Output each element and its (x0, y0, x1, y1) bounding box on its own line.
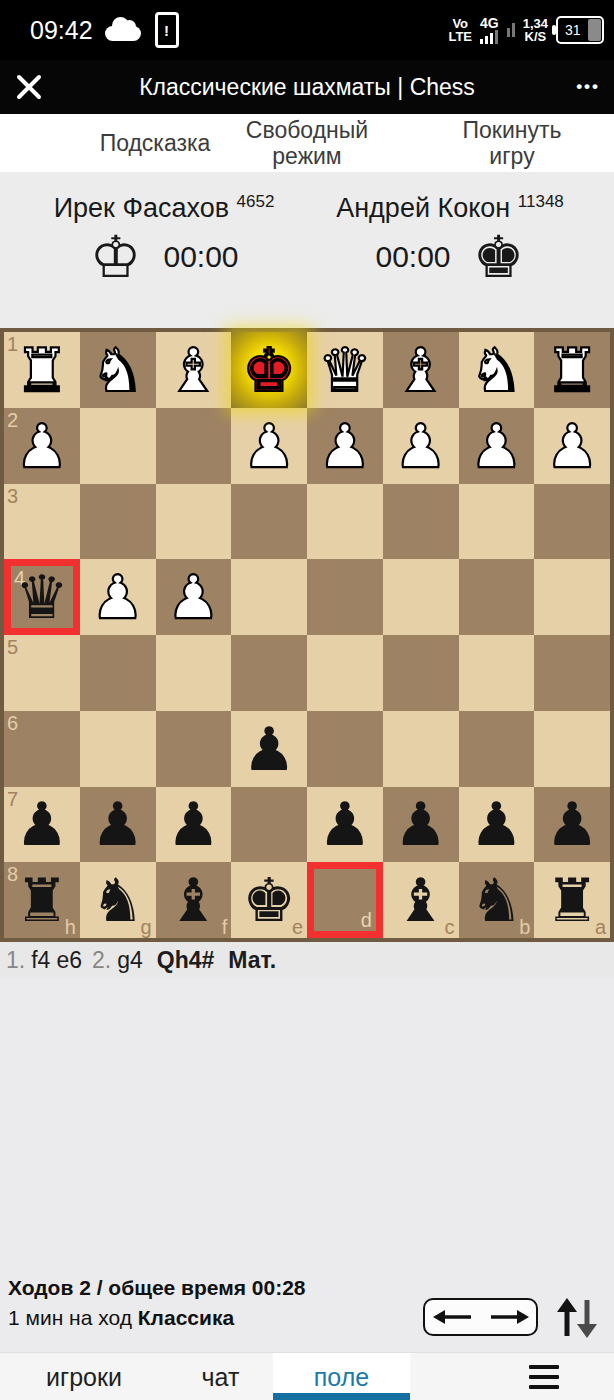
white-pawn-c2[interactable]: ♟ (394, 416, 448, 476)
square-c2[interactable]: ♟ (383, 408, 459, 484)
flip-board-icon[interactable] (552, 1298, 602, 1338)
square-g1[interactable]: ♞ (80, 332, 156, 408)
square-g8[interactable]: g♞ (80, 862, 156, 938)
square-d2[interactable]: ♟ (307, 408, 383, 484)
nav-menu-button[interactable] (474, 1353, 614, 1400)
hint-button[interactable]: Подсказка (100, 114, 211, 172)
white-bishop-f1[interactable]: ♝ (166, 340, 220, 400)
square-c3[interactable] (383, 484, 459, 560)
square-b1[interactable]: ♞ (459, 332, 535, 408)
volte-indicator: Vo LTE (448, 17, 472, 43)
black-pawn-a7[interactable]: ♟ (545, 794, 599, 854)
white-rook-a1[interactable]: ♜ (545, 340, 599, 400)
black-king-icon: ♚ (473, 226, 525, 288)
white-pawn-d2[interactable]: ♟ (318, 416, 372, 476)
square-g6[interactable] (80, 711, 156, 787)
white-rook-h1[interactable]: ♜ (15, 340, 69, 400)
square-e2[interactable]: ♟ (231, 408, 307, 484)
square-c1[interactable]: ♝ (383, 332, 459, 408)
move-list: 1.f4e62.g4Qh4#Мат. (0, 942, 614, 978)
file-label-d: d (361, 910, 372, 930)
next-move-icon[interactable] (489, 1307, 529, 1327)
clock-time: 09:42 (30, 16, 93, 45)
square-h1[interactable]: 1♜ (4, 332, 80, 408)
square-d3[interactable] (307, 484, 383, 560)
black-pawn-e6[interactable]: ♟ (242, 719, 296, 779)
square-c5[interactable] (383, 635, 459, 711)
square-c8[interactable]: c♝ (383, 862, 459, 938)
square-a1[interactable]: ♜ (534, 332, 610, 408)
square-h3[interactable]: 3 (4, 484, 80, 560)
file-label-f: f (222, 917, 228, 937)
white-queen-d1[interactable]: ♛ (318, 340, 372, 400)
white-king-e1[interactable]: ♚ (242, 340, 296, 400)
white-pawn-e2[interactable]: ♟ (242, 416, 296, 476)
square-e4[interactable] (231, 559, 307, 635)
square-f3[interactable] (156, 484, 232, 560)
square-e6[interactable]: ♟ (231, 711, 307, 787)
square-d1[interactable]: ♛ (307, 332, 383, 408)
square-d4[interactable] (307, 559, 383, 635)
square-c6[interactable] (383, 711, 459, 787)
black-pawn-g7[interactable]: ♟ (91, 794, 145, 854)
square-a5[interactable] (534, 635, 610, 711)
black-pawn-f7[interactable]: ♟ (166, 794, 220, 854)
white-knight-b1[interactable]: ♞ (469, 340, 523, 400)
move-token-5[interactable]: Qh4# (157, 947, 215, 974)
tab-chat[interactable]: чат (168, 1353, 273, 1400)
chess-board[interactable]: 1♜♞♝♚♛♝♞♜2♟♟♟♟♟♟34♛♟♟56♟7♟♟♟♟♟♟♟8h♜g♞f♝e… (0, 328, 614, 942)
square-a4[interactable] (534, 559, 610, 635)
time-control-line: 1 мин на ход Классика (8, 1306, 306, 1330)
tab-players[interactable]: игроки (0, 1353, 168, 1400)
black-queen-h4[interactable]: ♛ (15, 567, 69, 627)
black-player: Андрей Кокон 11348 00:00 ♚ (300, 192, 600, 288)
black-rook-a8[interactable]: ♜ (545, 870, 599, 930)
square-b3[interactable] (459, 484, 535, 560)
square-e5[interactable] (231, 635, 307, 711)
white-pawn-b2[interactable]: ♟ (469, 416, 523, 476)
black-player-clock: 00:00 (375, 240, 450, 274)
rank-label-6: 6 (7, 713, 18, 733)
signal-bars-icon (480, 30, 498, 44)
square-b8[interactable]: b♞ (459, 862, 535, 938)
black-pawn-c7[interactable]: ♟ (394, 794, 448, 854)
hamburger-icon (529, 1365, 559, 1389)
game-summary: Ходов 2 / общее время 00:28 1 мин на ход… (8, 1276, 306, 1330)
move-token-6[interactable]: Мат. (228, 947, 276, 974)
white-player: Ирек Фасахов 4652 ♔ 00:00 (14, 192, 314, 288)
battery-percent: 31 (565, 22, 581, 38)
square-d8[interactable]: d (307, 862, 383, 938)
square-b2[interactable]: ♟ (459, 408, 535, 484)
square-a7[interactable]: ♟ (534, 787, 610, 863)
black-king-e8[interactable]: ♚ (242, 870, 296, 930)
square-c7[interactable]: ♟ (383, 787, 459, 863)
bottom-nav: игроки чат поле (0, 1352, 614, 1400)
square-b4[interactable] (459, 559, 535, 635)
white-pawn-f4[interactable]: ♟ (166, 567, 220, 627)
square-d6[interactable] (307, 711, 383, 787)
white-player-rating: 4652 (237, 192, 275, 211)
move-token-0[interactable]: 1. (6, 947, 25, 974)
battery-icon: 31 (556, 16, 604, 44)
signal-bars-sim2-icon (507, 23, 515, 37)
square-d7[interactable]: ♟ (307, 787, 383, 863)
square-d5[interactable] (307, 635, 383, 711)
square-f1[interactable]: ♝ (156, 332, 232, 408)
square-b7[interactable]: ♟ (459, 787, 535, 863)
phone-alert-icon: ! (155, 12, 179, 48)
square-f7[interactable]: ♟ (156, 787, 232, 863)
app-header: Классические шахматы | Chess ••• (0, 60, 614, 114)
black-pawn-h7[interactable]: ♟ (15, 794, 69, 854)
black-knight-g8[interactable]: ♞ (91, 870, 145, 930)
square-h5[interactable]: 5 (4, 635, 80, 711)
free-mode-button[interactable]: Свободный режим (246, 114, 368, 172)
square-e3[interactable] (231, 484, 307, 560)
game-actions-row: Подсказка Свободный режим Покинуть игру (0, 114, 614, 172)
app-screen: 09:42 ! Vo LTE 4G 1,34 K/S 31 (0, 0, 614, 1400)
status-right-cluster: Vo LTE 4G 1,34 K/S 31 (448, 16, 604, 44)
square-a3[interactable] (534, 484, 610, 560)
move-token-3[interactable]: 2. (92, 947, 111, 974)
rank-label-3: 3 (7, 486, 18, 506)
move-navigation-buttons[interactable] (423, 1298, 538, 1336)
players-panel: Ирек Фасахов 4652 ♔ 00:00 Андрей Кокон 1… (0, 172, 614, 328)
square-a2[interactable]: ♟ (534, 408, 610, 484)
square-h7[interactable]: 7♟ (4, 787, 80, 863)
black-pawn-b7[interactable]: ♟ (469, 794, 523, 854)
move-token-2[interactable]: e6 (56, 947, 82, 974)
weather-cloud-icon (105, 26, 141, 41)
square-g3[interactable] (80, 484, 156, 560)
black-player-rating: 11348 (518, 192, 564, 211)
network-speed: 1,34 K/S (523, 17, 548, 43)
square-c4[interactable] (383, 559, 459, 635)
square-f8[interactable]: f♝ (156, 862, 232, 938)
signal-indicator: 4G (480, 17, 499, 44)
move-token-4[interactable]: g4 (117, 947, 143, 974)
square-h4[interactable]: 4♛ (4, 559, 80, 635)
page-title: Классические шахматы | Chess (0, 74, 614, 101)
overflow-menu-icon[interactable]: ••• (576, 77, 600, 97)
black-player-name: Андрей Кокон 11348 (300, 192, 600, 224)
square-g5[interactable] (80, 635, 156, 711)
black-knight-b8[interactable]: ♞ (469, 870, 523, 930)
square-f2[interactable] (156, 408, 232, 484)
square-g4[interactable]: ♟ (80, 559, 156, 635)
tab-field-active[interactable]: поле (273, 1353, 410, 1400)
white-pawn-g4[interactable]: ♟ (91, 567, 145, 627)
square-h6[interactable]: 6 (4, 711, 80, 787)
square-f6[interactable] (156, 711, 232, 787)
white-king-icon: ♔ (89, 226, 141, 288)
status-bar: 09:42 ! Vo LTE 4G 1,34 K/S 31 (0, 0, 614, 60)
lower-panel: Ходов 2 / общее время 00:28 1 мин на ход… (0, 978, 614, 1352)
square-b6[interactable] (459, 711, 535, 787)
square-g2[interactable] (80, 408, 156, 484)
square-f4[interactable]: ♟ (156, 559, 232, 635)
move-token-1[interactable]: f4 (31, 947, 50, 974)
prev-move-icon[interactable] (433, 1307, 473, 1327)
white-bishop-c1[interactable]: ♝ (394, 340, 448, 400)
rank-label-5: 5 (7, 637, 18, 657)
white-knight-g1[interactable]: ♞ (91, 340, 145, 400)
square-h2[interactable]: 2♟ (4, 408, 80, 484)
moves-count-line: Ходов 2 / общее время 00:28 (8, 1276, 306, 1300)
black-pawn-d7[interactable]: ♟ (318, 794, 372, 854)
black-rook-h8[interactable]: ♜ (15, 870, 69, 930)
white-pawn-a2[interactable]: ♟ (545, 416, 599, 476)
square-h8[interactable]: 8h♜ (4, 862, 80, 938)
square-a6[interactable] (534, 711, 610, 787)
square-e7[interactable] (231, 787, 307, 863)
square-g7[interactable]: ♟ (80, 787, 156, 863)
square-b5[interactable] (459, 635, 535, 711)
black-bishop-f8[interactable]: ♝ (166, 870, 220, 930)
white-player-name: Ирек Фасахов 4652 (14, 192, 314, 224)
square-f5[interactable] (156, 635, 232, 711)
white-player-clock: 00:00 (163, 240, 238, 274)
square-e8[interactable]: e♚ (231, 862, 307, 938)
black-bishop-c8[interactable]: ♝ (394, 870, 448, 930)
square-e1[interactable]: ♚ (231, 332, 307, 408)
square-a8[interactable]: a♜ (534, 862, 610, 938)
leave-game-button[interactable]: Покинуть игру (461, 114, 563, 172)
white-pawn-h2[interactable]: ♟ (15, 416, 69, 476)
